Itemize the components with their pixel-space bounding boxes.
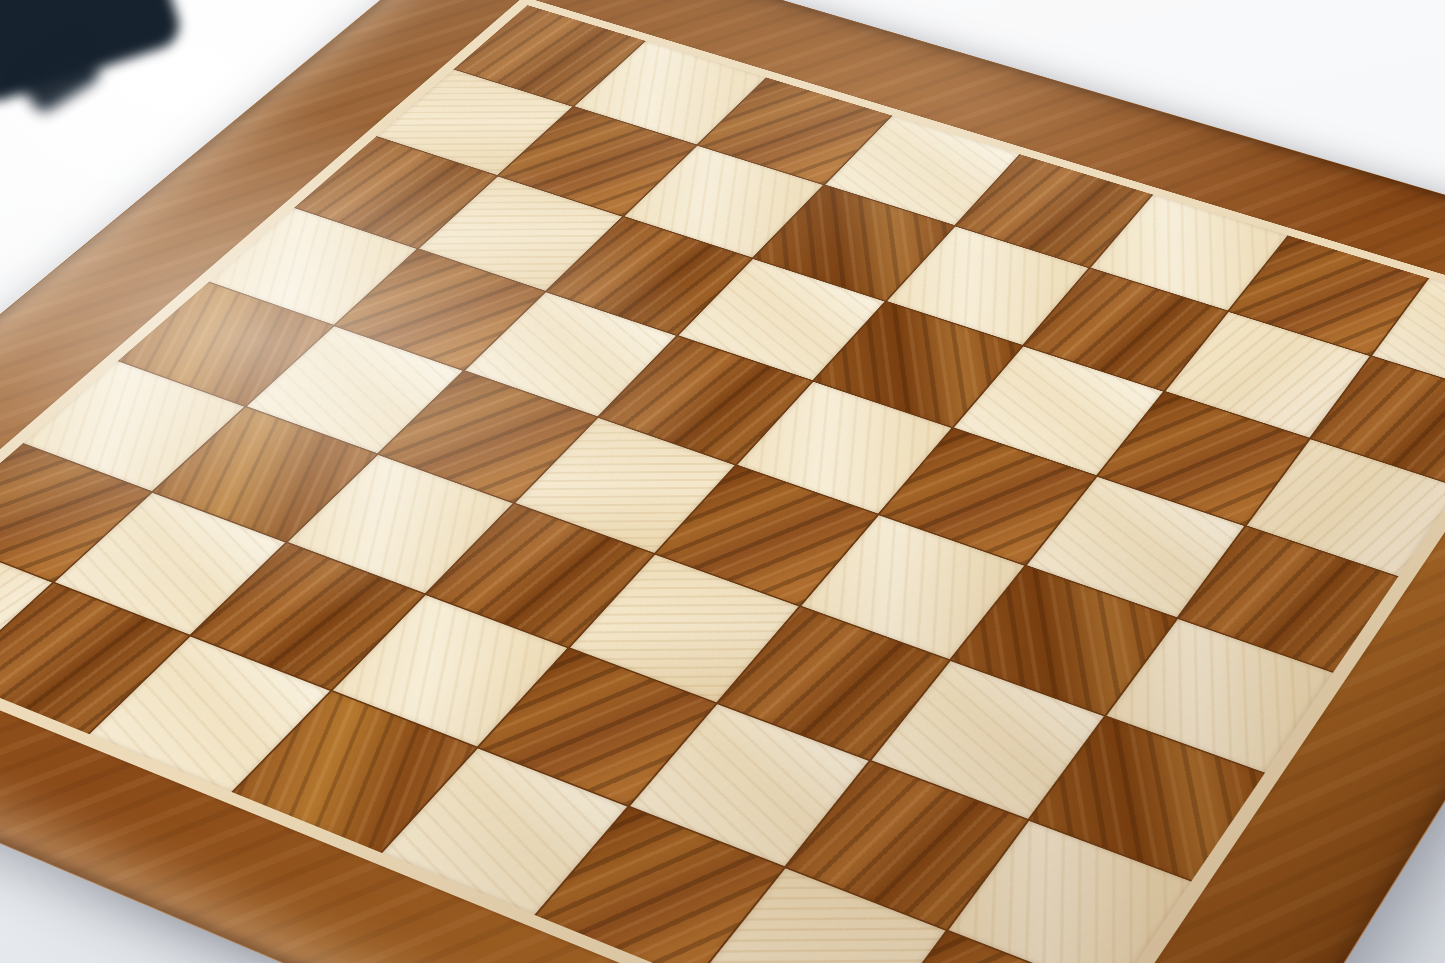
- chess-board[interactable]: [0, 0, 1445, 963]
- scene: [0, 0, 1445, 963]
- board-field: [0, 5, 1445, 963]
- chess-board-wrapper: [0, 0, 1445, 963]
